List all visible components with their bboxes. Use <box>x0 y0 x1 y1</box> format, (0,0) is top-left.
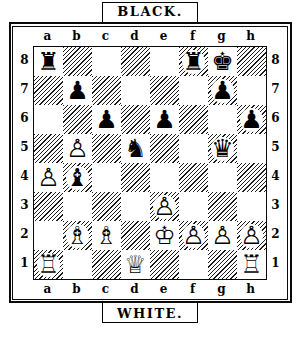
rank-label-4: 4 <box>16 162 33 191</box>
chess-board: ♜♜♚♟♟♟♟♟♙♞♛♙♝♙♗♗♔♙♙♙♖♕♖ <box>33 46 267 280</box>
square-c6[interactable]: ♟ <box>92 105 121 134</box>
square-b4[interactable]: ♝ <box>63 163 92 192</box>
square-e4[interactable] <box>150 163 179 192</box>
square-e1[interactable] <box>150 250 179 279</box>
white-queen[interactable]: ♕ <box>124 250 146 279</box>
black-queen[interactable]: ♛ <box>211 134 233 163</box>
rank-label-8: 8 <box>267 46 284 75</box>
square-b8[interactable] <box>63 47 92 76</box>
square-a1[interactable]: ♖ <box>34 250 63 279</box>
square-h1[interactable]: ♖ <box>237 250 266 279</box>
board-inner-frame: abcdefgh 87654321 ♜♜♚♟♟♟♟♟♙♞♛♙♝♙♗♗♔♙♙♙♖♕… <box>12 26 288 300</box>
file-label-d: d <box>120 27 149 46</box>
square-b2[interactable]: ♗ <box>63 221 92 250</box>
rank-label-5: 5 <box>267 133 284 162</box>
square-d3[interactable] <box>121 192 150 221</box>
file-labels-bottom: abcdefgh <box>16 280 284 299</box>
rank-label-2: 2 <box>16 220 33 249</box>
file-label-e: e <box>149 27 178 46</box>
corner-spacer <box>265 27 282 46</box>
square-a2[interactable] <box>34 221 63 250</box>
square-a6[interactable] <box>34 105 63 134</box>
rank-label-3: 3 <box>267 191 284 220</box>
corner-spacer <box>16 27 33 46</box>
white-pawn[interactable]: ♙ <box>211 221 233 250</box>
square-d5[interactable]: ♞ <box>121 134 150 163</box>
square-h5[interactable] <box>237 134 266 163</box>
square-f2[interactable]: ♙ <box>179 221 208 250</box>
black-pawn[interactable]: ♟ <box>95 105 117 134</box>
white-pawn[interactable]: ♙ <box>37 163 59 192</box>
square-e2[interactable]: ♔ <box>150 221 179 250</box>
file-label-b: b <box>62 280 91 299</box>
square-g8[interactable]: ♚ <box>208 47 237 76</box>
square-e8[interactable] <box>150 47 179 76</box>
black-knight[interactable]: ♞ <box>124 134 146 163</box>
rank-labels-right: 87654321 <box>267 46 284 280</box>
file-label-a: a <box>33 27 62 46</box>
black-pawn[interactable]: ♟ <box>66 76 88 105</box>
square-g7[interactable]: ♟ <box>208 76 237 105</box>
square-g3[interactable] <box>208 192 237 221</box>
rank-label-4: 4 <box>267 162 284 191</box>
file-labels-top: abcdefgh <box>16 27 284 46</box>
white-pawn[interactable]: ♙ <box>240 221 262 250</box>
square-c4[interactable] <box>92 163 121 192</box>
square-a4[interactable]: ♙ <box>34 163 63 192</box>
square-h4[interactable] <box>237 163 266 192</box>
black-king[interactable]: ♚ <box>211 47 233 76</box>
white-pawn[interactable]: ♙ <box>66 134 88 163</box>
square-d6[interactable] <box>121 105 150 134</box>
square-c5[interactable] <box>92 134 121 163</box>
corner-spacer <box>16 280 33 299</box>
square-d8[interactable] <box>121 47 150 76</box>
square-f7[interactable] <box>179 76 208 105</box>
square-f6[interactable] <box>179 105 208 134</box>
square-d7[interactable] <box>121 76 150 105</box>
square-h2[interactable]: ♙ <box>237 221 266 250</box>
file-label-h: h <box>236 27 265 46</box>
white-bishop[interactable]: ♗ <box>95 221 117 250</box>
square-e7[interactable] <box>150 76 179 105</box>
rank-label-7: 7 <box>16 75 33 104</box>
white-bishop[interactable]: ♗ <box>66 221 88 250</box>
square-b5[interactable]: ♙ <box>63 134 92 163</box>
square-b1[interactable] <box>63 250 92 279</box>
square-a8[interactable]: ♜ <box>34 47 63 76</box>
file-label-g: g <box>207 27 236 46</box>
square-a7[interactable] <box>34 76 63 105</box>
square-g1[interactable] <box>208 250 237 279</box>
square-b6[interactable] <box>63 105 92 134</box>
black-side-label: BLACK. <box>102 2 197 22</box>
white-rook[interactable]: ♖ <box>240 250 262 279</box>
square-h8[interactable] <box>237 47 266 76</box>
rank-label-8: 8 <box>16 46 33 75</box>
file-label-a: a <box>33 280 62 299</box>
rank-label-6: 6 <box>16 104 33 133</box>
file-label-f: f <box>178 27 207 46</box>
square-h6[interactable]: ♟ <box>237 105 266 134</box>
rank-label-1: 1 <box>16 249 33 278</box>
square-d1[interactable]: ♕ <box>121 250 150 279</box>
black-rook[interactable]: ♜ <box>37 47 59 76</box>
square-f4[interactable] <box>179 163 208 192</box>
rank-label-7: 7 <box>267 75 284 104</box>
square-a5[interactable] <box>34 134 63 163</box>
black-rook[interactable]: ♜ <box>182 47 204 76</box>
white-side-label: WHITE. <box>102 303 198 323</box>
rank-label-2: 2 <box>267 220 284 249</box>
square-e5[interactable] <box>150 134 179 163</box>
file-label-g: g <box>207 280 236 299</box>
file-label-b: b <box>62 27 91 46</box>
white-pawn[interactable]: ♙ <box>182 221 204 250</box>
white-rook[interactable]: ♖ <box>37 250 59 279</box>
square-f5[interactable] <box>179 134 208 163</box>
file-label-e: e <box>149 280 178 299</box>
black-bishop[interactable]: ♝ <box>66 163 88 192</box>
square-c7[interactable] <box>92 76 121 105</box>
file-label-f: f <box>178 280 207 299</box>
white-king[interactable]: ♔ <box>153 221 175 250</box>
black-pawn[interactable]: ♟ <box>153 105 175 134</box>
square-g6[interactable] <box>208 105 237 134</box>
white-pawn[interactable]: ♙ <box>153 192 175 221</box>
rank-label-3: 3 <box>16 191 33 220</box>
board-outer-frame: abcdefgh 87654321 ♜♜♚♟♟♟♟♟♙♞♛♙♝♙♗♗♔♙♙♙♖♕… <box>9 22 292 303</box>
square-g5[interactable]: ♛ <box>208 134 237 163</box>
square-c2[interactable]: ♗ <box>92 221 121 250</box>
black-pawn[interactable]: ♟ <box>240 105 262 134</box>
black-pawn[interactable]: ♟ <box>211 76 233 105</box>
square-h3[interactable] <box>237 192 266 221</box>
square-d2[interactable] <box>121 221 150 250</box>
square-g4[interactable] <box>208 163 237 192</box>
square-d4[interactable] <box>121 163 150 192</box>
square-f8[interactable]: ♜ <box>179 47 208 76</box>
square-c1[interactable] <box>92 250 121 279</box>
file-label-d: d <box>120 280 149 299</box>
square-f1[interactable] <box>179 250 208 279</box>
square-e3[interactable]: ♙ <box>150 192 179 221</box>
square-h7[interactable] <box>237 76 266 105</box>
square-b7[interactable]: ♟ <box>63 76 92 105</box>
rank-labels-left: 87654321 <box>16 46 33 280</box>
file-label-c: c <box>91 280 120 299</box>
square-c3[interactable] <box>92 192 121 221</box>
rank-label-1: 1 <box>267 249 284 278</box>
corner-spacer <box>265 280 282 299</box>
rank-label-5: 5 <box>16 133 33 162</box>
rank-label-6: 6 <box>267 104 284 133</box>
square-a3[interactable] <box>34 192 63 221</box>
file-label-c: c <box>91 27 120 46</box>
square-f3[interactable] <box>179 192 208 221</box>
square-e6[interactable]: ♟ <box>150 105 179 134</box>
square-c8[interactable] <box>92 47 121 76</box>
file-label-h: h <box>236 280 265 299</box>
square-g2[interactable]: ♙ <box>208 221 237 250</box>
square-b3[interactable] <box>63 192 92 221</box>
